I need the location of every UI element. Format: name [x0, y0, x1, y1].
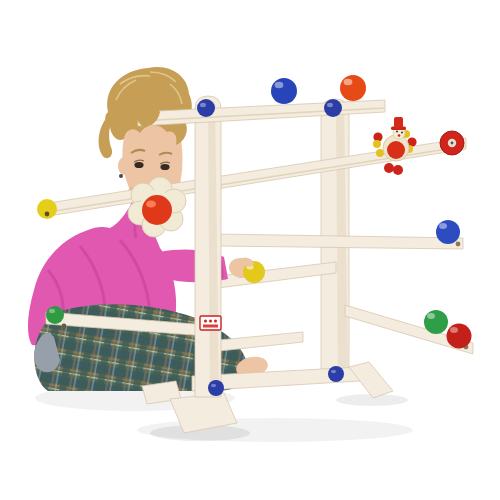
child-ear: [118, 157, 130, 175]
blue-ball-top: [271, 78, 297, 104]
earring: [119, 174, 123, 178]
front-post-group: [195, 96, 224, 397]
back-post-bottom-peg: [328, 366, 344, 382]
clown-hat: [394, 117, 403, 128]
child-eye-left: [134, 162, 143, 168]
red-wheel: [440, 131, 464, 155]
red-ball-low: [447, 324, 472, 349]
scene-canvas: [0, 0, 500, 500]
child-eye-right: [160, 164, 169, 170]
back-post-top-peg: [324, 99, 342, 117]
front-post-top-peg: [197, 99, 215, 117]
brand-sticker: [200, 316, 221, 330]
green-end-cap: [46, 306, 64, 324]
ramp-end-hole: [456, 242, 461, 247]
flower-red-ball: [142, 195, 172, 225]
green-ball: [424, 310, 448, 334]
clown-wheel-ball: [387, 141, 405, 159]
orange-ball-top: [340, 75, 366, 101]
blue-ball-mid: [436, 220, 460, 244]
front-post-bottom-peg: [208, 380, 224, 396]
product-photo: [0, 0, 500, 500]
